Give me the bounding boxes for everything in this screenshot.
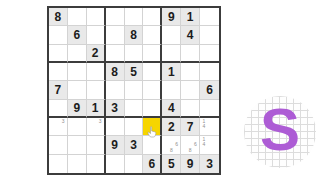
given-digit: 6 [206,84,213,96]
cell-r4c9[interactable] [200,63,219,81]
cell-r6c9[interactable] [200,100,219,118]
hand-cursor-icon [147,126,157,138]
given-digit: 1 [92,102,99,114]
given-digit: 4 [187,29,194,41]
cell-r1c9[interactable] [200,8,219,26]
cell-r5c5[interactable] [125,81,144,99]
cell-r6c3[interactable]: 1 [87,100,106,118]
cell-r9c2[interactable] [68,155,87,173]
given-digit: 4 [168,102,175,114]
given-digit: 1 [168,66,175,78]
given-digit: 9 [187,158,194,170]
cell-r9c8[interactable]: 9 [181,155,200,173]
cell-r1c4[interactable] [106,8,125,26]
cell-r4c3[interactable] [87,63,106,81]
cell-r3c3[interactable]: 2 [87,45,106,63]
sudoku-app-logo: S [244,96,316,168]
cell-r8c7[interactable]: 68 [162,136,181,154]
cell-r4c5[interactable]: 5 [125,63,144,81]
pencil-mark-digit: 8 [169,148,174,153]
cell-r5c4[interactable] [106,81,125,99]
pencil-marks: 68 [163,137,179,152]
cell-r5c1[interactable]: 7 [49,81,68,99]
given-digit: 2 [168,121,175,133]
cell-r7c9[interactable]: 14 [200,118,219,136]
cell-r1c3[interactable] [87,8,106,26]
cell-r5c7[interactable] [162,81,181,99]
given-digit: 7 [55,84,62,96]
cell-r7c7[interactable]: 2 [162,118,181,136]
sudoku-board: 8916842851769134332714936868146593 [47,6,221,175]
cell-r2c8[interactable]: 4 [181,26,200,44]
given-digit: 9 [111,139,118,151]
cell-r8c2[interactable] [68,136,87,154]
cell-r8c3[interactable] [87,136,106,154]
cell-r6c8[interactable] [181,100,200,118]
pencil-marks: 14 [201,119,218,134]
cell-r3c7[interactable] [162,45,181,63]
cell-r8c1[interactable] [49,136,68,154]
cell-r1c6[interactable] [143,8,162,26]
logo-letter: S [260,100,300,160]
cell-r3c5[interactable] [125,45,144,63]
cell-r2c7[interactable] [162,26,181,44]
cell-r7c8[interactable]: 7 [181,118,200,136]
given-digit: 8 [130,29,137,41]
cell-r3c8[interactable] [181,45,200,63]
cell-r3c6[interactable] [143,45,162,63]
cell-r9c1[interactable] [49,155,68,173]
given-digit: 5 [130,66,137,78]
given-digit: 8 [55,11,62,23]
pencil-mark-digit: 3 [61,119,66,124]
cell-r1c1[interactable]: 8 [49,8,68,26]
cell-r5c8[interactable] [181,81,200,99]
cell-r9c5[interactable] [125,155,144,173]
cell-r4c6[interactable] [143,63,162,81]
cell-r2c9[interactable] [200,26,219,44]
given-digit: 9 [73,102,80,114]
pencil-marks: 3 [50,119,66,134]
cell-r7c1[interactable]: 3 [49,118,68,136]
cell-r7c5[interactable] [125,118,144,136]
given-digit: 6 [149,158,156,170]
cell-r2c4[interactable] [106,26,125,44]
cell-r2c3[interactable] [87,26,106,44]
given-digit: 8 [111,66,118,78]
cell-r3c9[interactable] [200,45,219,63]
cell-r5c6[interactable] [143,81,162,99]
cell-r2c5[interactable]: 8 [125,26,144,44]
cell-r8c5[interactable]: 3 [125,136,144,154]
cell-r5c2[interactable] [68,81,87,99]
given-digit: 9 [168,11,175,23]
pencil-mark-digit: 3 [98,119,103,124]
cell-r2c2[interactable]: 6 [68,26,87,44]
cell-r6c1[interactable] [49,100,68,118]
given-digit: 2 [92,47,99,59]
cell-r8c8[interactable]: 68 [181,136,200,154]
cell-r9c6[interactable]: 6 [143,155,162,173]
given-digit: 7 [187,121,194,133]
cell-r1c5[interactable] [125,8,144,26]
cell-r2c6[interactable] [143,26,162,44]
cell-r6c2[interactable]: 9 [68,100,87,118]
cell-r6c6[interactable] [143,100,162,118]
cell-r6c4[interactable]: 3 [106,100,125,118]
pencil-mark-digit: 6 [193,142,198,147]
given-digit: 5 [168,158,175,170]
cell-r8c4[interactable]: 9 [106,136,125,154]
given-digit: 1 [187,11,194,23]
cell-r8c6[interactable] [143,136,162,154]
cell-r4c7[interactable]: 1 [162,63,181,81]
cell-r3c2[interactable] [68,45,87,63]
given-digit: 3 [130,139,137,151]
given-digit: 3 [111,102,118,114]
cell-r4c4[interactable]: 8 [106,63,125,81]
cell-r7c2[interactable] [68,118,87,136]
cell-r3c1[interactable] [49,45,68,63]
cell-r3c4[interactable] [106,45,125,63]
cell-r9c9[interactable]: 3 [200,155,219,173]
cell-r4c8[interactable] [181,63,200,81]
cell-r5c3[interactable] [87,81,106,99]
cell-r9c7[interactable]: 5 [162,155,181,173]
given-digit: 6 [73,29,80,41]
cell-r7c3[interactable]: 3 [87,118,106,136]
cell-r9c4[interactable] [106,155,125,173]
thumbnail-canvas: { "game": "sudoku", "position": "8.....9… [0,0,320,180]
cell-r4c2[interactable] [68,63,87,81]
pencil-mark-digit: 8 [188,148,193,153]
pencil-mark-digit: 6 [174,142,179,147]
given-digit: 3 [206,158,213,170]
cell-r9c3[interactable] [87,155,106,173]
cell-r2c1[interactable] [49,26,68,44]
pencil-marks: 14 [201,137,218,152]
pencil-mark-digit: 4 [201,124,207,129]
cell-r1c7[interactable]: 9 [162,8,181,26]
cell-r6c5[interactable] [125,100,144,118]
pencil-mark-digit: 4 [201,142,207,147]
cell-r4c1[interactable] [49,63,68,81]
cell-r1c8[interactable]: 1 [181,8,200,26]
cell-r7c4[interactable] [106,118,125,136]
cell-r8c9[interactable]: 14 [200,136,219,154]
cell-r6c7[interactable]: 4 [162,100,181,118]
pencil-marks: 3 [88,119,103,134]
pencil-marks: 68 [182,137,198,152]
cell-r1c2[interactable] [68,8,87,26]
cell-r5c9[interactable]: 6 [200,81,219,99]
